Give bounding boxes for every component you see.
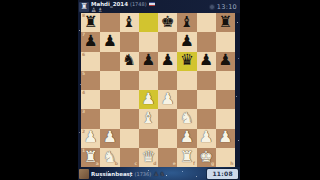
square-c3[interactable] (120, 109, 139, 128)
square-a4[interactable]: 4 (81, 90, 100, 109)
piece-white-knight-f3[interactable]: ♞ (180, 111, 194, 127)
square-e1[interactable]: e (158, 148, 177, 167)
square-h8[interactable]: ♜ (216, 13, 235, 32)
file-label-a: a (96, 162, 99, 167)
piece-white-pawn-a2[interactable]: ♟ (84, 130, 98, 146)
square-d3[interactable]: ♝ (139, 109, 158, 128)
square-f3[interactable]: ♞ (177, 109, 196, 128)
square-e6[interactable]: ♟ (158, 52, 177, 71)
square-e5[interactable] (158, 71, 177, 90)
square-h4[interactable] (216, 90, 235, 109)
piece-white-pawn-d4[interactable]: ♟ (141, 91, 155, 107)
square-a3[interactable]: 3 (81, 109, 100, 128)
piece-black-king-e8[interactable]: ♚ (161, 14, 175, 30)
square-d5[interactable] (139, 71, 158, 90)
file-label-g: g (211, 162, 214, 167)
square-e8[interactable]: ♚ (158, 13, 177, 32)
square-b5[interactable] (100, 71, 119, 90)
square-b8[interactable] (100, 13, 119, 32)
square-h7[interactable] (216, 32, 235, 51)
square-f6[interactable]: ♛ (177, 52, 196, 71)
square-g3[interactable] (197, 109, 216, 128)
piece-black-pawn-a7[interactable]: ♟ (84, 34, 98, 50)
piece-white-pawn-g2[interactable]: ♟ (199, 130, 213, 146)
square-g2[interactable]: ♟ (197, 129, 216, 148)
rank-label-8: 8 (82, 14, 85, 19)
square-c4[interactable] (120, 90, 139, 109)
piece-white-bishop-d3[interactable]: ♝ (141, 111, 155, 127)
square-h6[interactable]: ♟ (216, 52, 235, 71)
piece-black-bishop-f8[interactable]: ♝ (180, 14, 194, 30)
bottom-player-name: Russianbeast (91, 171, 133, 177)
square-h1[interactable]: h (216, 148, 235, 167)
piece-white-pawn-e4[interactable]: ♟ (161, 91, 175, 107)
square-b2[interactable]: ♟ (100, 129, 119, 148)
top-player-avatar[interactable]: ♜ (79, 2, 89, 12)
square-f8[interactable]: ♝ (177, 13, 196, 32)
square-d8[interactable] (139, 13, 158, 32)
square-d7[interactable] (139, 32, 158, 51)
square-c6[interactable]: ♞ (120, 52, 139, 71)
piece-black-pawn-f7[interactable]: ♟ (180, 34, 194, 50)
square-a2[interactable]: ♟2 (81, 129, 100, 148)
rank-label-6: 6 (82, 53, 85, 58)
rank-label-7: 7 (82, 33, 85, 38)
square-g4[interactable] (197, 90, 216, 109)
square-d2[interactable] (139, 129, 158, 148)
status-icon (209, 4, 215, 10)
rank-label-5: 5 (82, 72, 85, 77)
square-b4[interactable] (100, 90, 119, 109)
piece-black-pawn-b7[interactable]: ♟ (103, 34, 117, 50)
square-g8[interactable] (197, 13, 216, 32)
rank-label-3: 3 (82, 110, 85, 115)
piece-white-pawn-b2[interactable]: ♟ (103, 130, 117, 146)
rank-label-1: 1 (82, 149, 85, 154)
square-b7[interactable]: ♟ (100, 32, 119, 51)
piece-black-pawn-e6[interactable]: ♟ (161, 53, 175, 69)
bottom-captured-pieces: ♟♞ (153, 171, 166, 177)
square-g1[interactable]: ♚g (197, 148, 216, 167)
square-f5[interactable] (177, 71, 196, 90)
flag-icon (149, 2, 155, 6)
piece-black-pawn-g6[interactable]: ♟ (199, 53, 213, 69)
square-h3[interactable] (216, 109, 235, 128)
square-a6[interactable]: 6 (81, 52, 100, 71)
piece-white-pawn-f2[interactable]: ♟ (180, 130, 194, 146)
piece-black-pawn-h6[interactable]: ♟ (218, 53, 232, 69)
top-player-info[interactable]: Mahdi_2014 (1748) ♙♗ (91, 1, 155, 13)
chess-board[interactable]: ♜8♝♚♝♜♟7♟♟6♞♟♟♛♟♟54♟♟3♝♞♟2♟♟♟♟♜1a♞bc♛de♜… (81, 13, 235, 167)
square-a8[interactable]: ♜8 (81, 13, 100, 32)
file-label-d: d (153, 162, 156, 167)
file-label-c: c (135, 162, 138, 167)
square-d6[interactable]: ♟ (139, 52, 158, 71)
bottom-player-clock-active: 11:08 (207, 169, 238, 179)
square-e3[interactable] (158, 109, 177, 128)
square-b1[interactable]: ♞b (100, 148, 119, 167)
bottom-player-bar: Russianbeast (1736) ♟♞ 11:08 (78, 167, 240, 180)
square-c1[interactable]: c (120, 148, 139, 167)
app-frame: ♜ Mahdi_2014 (1748) ♙♗ 13:10 ♜8♝♚♝♜♟7♟♟6… (78, 0, 240, 180)
top-captured-pieces: ♙♗ (91, 7, 104, 13)
square-e2[interactable] (158, 129, 177, 148)
square-f2[interactable]: ♟ (177, 129, 196, 148)
square-a1[interactable]: ♜1a (81, 148, 100, 167)
file-label-b: b (115, 162, 118, 167)
file-label-e: e (173, 162, 176, 167)
square-h5[interactable] (216, 71, 235, 90)
bottom-player-rating: (1736) (135, 171, 152, 177)
top-player-bar: ♜ Mahdi_2014 (1748) ♙♗ 13:10 (78, 0, 240, 13)
piece-white-rook-f1[interactable]: ♜ (180, 149, 194, 165)
square-f1[interactable]: ♜f (177, 148, 196, 167)
piece-black-queen-f6[interactable]: ♛ (180, 53, 194, 69)
square-d1[interactable]: ♛d (139, 148, 158, 167)
square-e7[interactable] (158, 32, 177, 51)
piece-black-rook-h8[interactable]: ♜ (218, 14, 232, 30)
square-d4[interactable]: ♟ (139, 90, 158, 109)
square-g7[interactable] (197, 32, 216, 51)
square-h2[interactable]: ♟ (216, 129, 235, 148)
square-c7[interactable] (120, 32, 139, 51)
square-c5[interactable] (120, 71, 139, 90)
square-a7[interactable]: ♟7 (81, 32, 100, 51)
file-label-h: h (230, 162, 233, 167)
rank-label-2: 2 (82, 130, 85, 135)
rank-label-4: 4 (82, 91, 85, 96)
square-c2[interactable] (120, 129, 139, 148)
file-label-f: f (193, 162, 195, 167)
bottom-player-info[interactable]: Russianbeast (1736) ♟♞ (91, 171, 166, 177)
square-f7[interactable]: ♟ (177, 32, 196, 51)
piece-black-knight-c6[interactable]: ♞ (122, 53, 136, 69)
square-g6[interactable]: ♟ (197, 52, 216, 71)
square-b3[interactable] (100, 109, 119, 128)
square-c8[interactable]: ♝ (120, 13, 139, 32)
bottom-player-avatar[interactable] (79, 169, 89, 179)
square-b6[interactable] (100, 52, 119, 71)
square-a5[interactable]: 5 (81, 71, 100, 90)
video-still: ♜ Mahdi_2014 (1748) ♙♗ 13:10 ♜8♝♚♝♜♟7♟♟6… (0, 0, 320, 180)
square-g5[interactable] (197, 71, 216, 90)
square-e4[interactable]: ♟ (158, 90, 177, 109)
piece-black-pawn-d6[interactable]: ♟ (141, 53, 155, 69)
square-f4[interactable] (177, 90, 196, 109)
piece-white-pawn-h2[interactable]: ♟ (218, 130, 232, 146)
piece-black-bishop-c8[interactable]: ♝ (122, 14, 136, 30)
piece-black-rook-a8[interactable]: ♜ (84, 14, 98, 30)
top-player-clock: 13:10 (217, 3, 237, 11)
